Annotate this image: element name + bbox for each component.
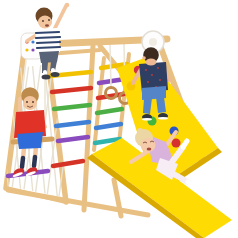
standing-boy-eye [42, 20, 44, 22]
ring-rope [110, 44, 111, 87]
toddler-hair-tuft [137, 128, 143, 134]
panel-bead [31, 48, 34, 51]
shirt-stripe [36, 32, 59, 33]
shirt-speckle [157, 67, 159, 69]
climbing-kid-face [146, 59, 157, 66]
hold-red-icon [172, 139, 181, 148]
toddler-sock [183, 141, 187, 147]
swing-boy-shorts [17, 132, 43, 149]
shirt-speckle [151, 74, 153, 76]
climbing-kid-shoe-sole [142, 118, 152, 121]
swing-boy-sock [34, 157, 35, 166]
toddler-mouth [147, 148, 152, 151]
swing-boy-eye [26, 101, 28, 103]
swing-boy-face [23, 96, 37, 110]
climbing-kid-ear [142, 56, 146, 60]
panel-bead [25, 48, 28, 51]
shirt-speckle [159, 79, 161, 81]
panel-disc-hub [149, 38, 157, 46]
swing-boy-sock [22, 158, 23, 167]
playset-illustration [0, 0, 238, 238]
toddler-sock [188, 182, 194, 186]
climbing-kid-shoe-sole [158, 117, 168, 120]
standing-boy-eye [48, 19, 50, 21]
standing-boy-mouth [45, 24, 49, 27]
shirt-stripe [37, 42, 60, 43]
standing-boy-shoe [51, 72, 60, 77]
standing-boy-shoe [42, 75, 51, 80]
standing-boy-face [38, 16, 52, 29]
shirt-stripe [37, 47, 60, 48]
shirt-stripe [36, 37, 60, 38]
panel-bead [31, 40, 34, 43]
shirt-speckle [145, 69, 147, 71]
playset-product-photo [0, 0, 238, 238]
standing-boy-hand [65, 3, 70, 8]
swing-boy-eye [32, 101, 34, 103]
shirt-speckle [147, 81, 149, 83]
